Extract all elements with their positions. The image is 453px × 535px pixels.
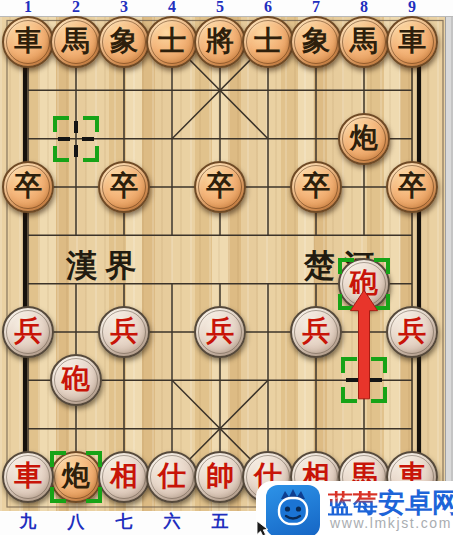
file-label-top-5: 5 — [196, 0, 244, 15]
piece-black-general[interactable]: 將 — [194, 16, 246, 68]
marker-corner — [53, 116, 69, 132]
piece-black-soldier[interactable]: 卒 — [98, 161, 150, 213]
piece-black-advisor[interactable]: 士 — [146, 16, 198, 68]
piece-glyph: 卒 — [110, 172, 138, 200]
piece-glyph: 卒 — [206, 172, 234, 200]
file-label-top-6: 6 — [244, 0, 292, 15]
watermark-site-name-accent: 蓝莓 — [328, 489, 378, 517]
watermark: 蓝莓安卓网 www.lmkjst.com — [256, 481, 453, 535]
crosshair-bar — [362, 386, 366, 398]
piece-glyph: 帥 — [206, 462, 234, 490]
piece-red-soldier[interactable]: 兵 — [2, 306, 54, 358]
crosshair-bar — [58, 137, 70, 141]
piece-glyph: 卒 — [302, 172, 330, 200]
marker-corner — [341, 357, 357, 373]
file-label-bottom-5: 五 — [196, 514, 244, 530]
piece-glyph: 卒 — [398, 172, 426, 200]
file-label-top-8: 8 — [340, 0, 388, 15]
piece-glyph: 兵 — [14, 317, 42, 345]
piece-black-horse[interactable]: 馬 — [338, 16, 390, 68]
file-label-bottom-2: 八 — [52, 514, 100, 530]
piece-glyph: 車 — [14, 462, 42, 490]
piece-glyph: 兵 — [302, 317, 330, 345]
piece-black-soldier[interactable]: 卒 — [194, 161, 246, 213]
file-label-top-3: 3 — [100, 0, 148, 15]
blueberry-logo-icon — [266, 485, 320, 535]
move-origin-marker — [53, 116, 99, 162]
piece-black-cannon[interactable]: 炮 — [338, 113, 390, 165]
piece-glyph: 馬 — [350, 27, 378, 55]
crosshair-bar — [74, 145, 78, 157]
piece-black-advisor[interactable]: 士 — [242, 16, 294, 68]
piece-black-soldier[interactable]: 卒 — [2, 161, 54, 213]
crosshair-bar — [82, 137, 94, 141]
file-label-top-1: 1 — [4, 0, 52, 15]
piece-red-advisor[interactable]: 仕 — [146, 451, 198, 503]
piece-red-cannon[interactable]: 砲 — [338, 258, 390, 310]
crosshair-bar — [370, 378, 382, 382]
marker-corner — [341, 387, 357, 403]
piece-glyph: 炮 — [350, 124, 378, 152]
file-label-bottom-4: 六 — [148, 514, 196, 530]
marker-corner — [371, 387, 387, 403]
marker-corner — [53, 146, 69, 162]
marker-corner — [371, 357, 387, 373]
marker-corner — [83, 146, 99, 162]
piece-glyph: 兵 — [398, 317, 426, 345]
piece-glyph: 砲 — [62, 365, 90, 393]
piece-red-soldier[interactable]: 兵 — [194, 306, 246, 358]
piece-glyph: 兵 — [206, 317, 234, 345]
piece-black-chariot[interactable]: 車 — [386, 16, 438, 68]
piece-glyph: 車 — [398, 27, 426, 55]
piece-black-soldier[interactable]: 卒 — [386, 161, 438, 213]
piece-black-soldier[interactable]: 卒 — [290, 161, 342, 213]
piece-glyph: 士 — [254, 27, 282, 55]
crosshair-bar — [362, 362, 366, 374]
piece-red-general[interactable]: 帥 — [194, 451, 246, 503]
piece-red-elephant[interactable]: 相 — [98, 451, 150, 503]
piece-red-soldier[interactable]: 兵 — [386, 306, 438, 358]
file-label-top-7: 7 — [292, 0, 340, 15]
piece-black-chariot[interactable]: 車 — [2, 16, 54, 68]
file-label-bottom-1: 九 — [4, 514, 52, 530]
piece-black-horse[interactable]: 馬 — [50, 16, 102, 68]
piece-glyph: 炮 — [62, 462, 90, 490]
move-origin-marker — [341, 357, 387, 403]
piece-glyph: 相 — [110, 462, 138, 490]
watermark-site-name-rest: 安卓网 — [378, 488, 453, 518]
board-right-edge — [445, 17, 453, 511]
file-label-top-4: 4 — [148, 0, 196, 15]
piece-black-elephant[interactable]: 象 — [290, 16, 342, 68]
xiangqi-app-screen: 漢界 楚河 車馬象士將士象馬車炮卒卒卒卒卒炮砲兵兵兵兵兵砲車相仕帥仕相馬車 蓝莓… — [0, 0, 453, 535]
piece-red-soldier[interactable]: 兵 — [290, 306, 342, 358]
piece-glyph: 仕 — [158, 462, 186, 490]
piece-red-soldier[interactable]: 兵 — [98, 306, 150, 358]
piece-glyph: 象 — [110, 27, 138, 55]
piece-glyph: 馬 — [62, 27, 90, 55]
file-label-bottom-3: 七 — [100, 514, 148, 530]
watermark-site-url: www.lmkjst.com — [330, 515, 452, 531]
piece-glyph: 將 — [206, 27, 234, 55]
piece-glyph: 象 — [302, 27, 330, 55]
piece-red-chariot[interactable]: 車 — [2, 451, 54, 503]
crosshair-bar — [346, 378, 358, 382]
piece-glyph: 車 — [14, 27, 42, 55]
file-label-top-2: 2 — [52, 0, 100, 15]
file-label-top-9: 9 — [388, 0, 436, 15]
board-grid[interactable]: 車馬象士將士象馬車炮卒卒卒卒卒炮砲兵兵兵兵兵砲車相仕帥仕相馬車 — [4, 18, 436, 501]
piece-glyph: 兵 — [110, 317, 138, 345]
piece-black-elephant[interactable]: 象 — [98, 16, 150, 68]
piece-black-cannon[interactable]: 炮 — [50, 451, 102, 503]
crosshair-bar — [74, 121, 78, 133]
piece-glyph: 砲 — [350, 269, 378, 297]
piece-glyph: 士 — [158, 27, 186, 55]
piece-glyph: 卒 — [14, 172, 42, 200]
marker-corner — [83, 116, 99, 132]
piece-red-cannon[interactable]: 砲 — [50, 354, 102, 406]
